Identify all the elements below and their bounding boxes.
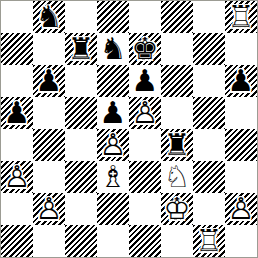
square-d1[interactable] — [97, 225, 129, 257]
square-d7[interactable]: ♞ — [97, 33, 129, 65]
square-g2[interactable] — [193, 193, 225, 225]
white-rook-piece[interactable]: ♜♖ — [193, 225, 225, 257]
square-c7[interactable]: ♜ — [65, 33, 97, 65]
square-f5[interactable] — [161, 97, 193, 129]
square-h5[interactable] — [225, 97, 257, 129]
white-knight-piece[interactable]: ♞♘ — [161, 161, 193, 193]
square-a3[interactable]: ♟♙ — [1, 161, 33, 193]
square-a6[interactable] — [1, 65, 33, 97]
square-g8[interactable] — [193, 1, 225, 33]
square-g3[interactable] — [193, 161, 225, 193]
square-g6[interactable] — [193, 65, 225, 97]
square-g1[interactable]: ♜♖ — [193, 225, 225, 257]
square-d4[interactable]: ♟♙ — [97, 129, 129, 161]
square-b2[interactable]: ♟♙ — [33, 193, 65, 225]
black-pawn-piece[interactable]: ♟ — [97, 97, 129, 129]
square-d5[interactable]: ♟ — [97, 97, 129, 129]
chess-board: ♞♜♖♜♞♚♟♟♟♟♟♟♙♟♙♜♟♙♝♗♞♘♟♙♚♔♟♙♜♖ — [0, 0, 258, 258]
square-h6[interactable]: ♟ — [225, 65, 257, 97]
white-king-piece[interactable]: ♚♔ — [161, 193, 193, 225]
square-f1[interactable] — [161, 225, 193, 257]
square-f6[interactable] — [161, 65, 193, 97]
square-c4[interactable] — [65, 129, 97, 161]
square-f7[interactable] — [161, 33, 193, 65]
square-f2[interactable]: ♚♔ — [161, 193, 193, 225]
square-b3[interactable] — [33, 161, 65, 193]
square-a7[interactable] — [1, 33, 33, 65]
square-h3[interactable] — [225, 161, 257, 193]
black-knight-piece[interactable]: ♞ — [97, 33, 129, 65]
square-a1[interactable] — [1, 225, 33, 257]
black-pawn-piece[interactable]: ♟ — [33, 65, 65, 97]
square-a5[interactable]: ♟ — [1, 97, 33, 129]
white-pawn-piece[interactable]: ♟♙ — [33, 193, 65, 225]
square-b5[interactable] — [33, 97, 65, 129]
square-d3[interactable]: ♝♗ — [97, 161, 129, 193]
square-e6[interactable]: ♟ — [129, 65, 161, 97]
square-b7[interactable] — [33, 33, 65, 65]
square-c1[interactable] — [65, 225, 97, 257]
square-e1[interactable] — [129, 225, 161, 257]
square-e3[interactable] — [129, 161, 161, 193]
square-h7[interactable] — [225, 33, 257, 65]
square-a8[interactable] — [1, 1, 33, 33]
square-a2[interactable] — [1, 193, 33, 225]
square-h2[interactable]: ♟♙ — [225, 193, 257, 225]
black-pawn-piece[interactable]: ♟ — [1, 97, 33, 129]
square-b6[interactable]: ♟ — [33, 65, 65, 97]
square-h4[interactable] — [225, 129, 257, 161]
white-pawn-piece[interactable]: ♟♙ — [97, 129, 129, 161]
square-e2[interactable] — [129, 193, 161, 225]
white-pawn-piece[interactable]: ♟♙ — [129, 97, 161, 129]
white-rook-piece[interactable]: ♜♖ — [225, 1, 257, 33]
square-b1[interactable] — [33, 225, 65, 257]
square-g7[interactable] — [193, 33, 225, 65]
square-f4[interactable]: ♜ — [161, 129, 193, 161]
square-e5[interactable]: ♟♙ — [129, 97, 161, 129]
chess-board-grid: ♞♜♖♜♞♚♟♟♟♟♟♟♙♟♙♜♟♙♝♗♞♘♟♙♚♔♟♙♜♖ — [1, 1, 257, 257]
black-pawn-piece[interactable]: ♟ — [225, 65, 257, 97]
white-pawn-piece[interactable]: ♟♙ — [1, 161, 33, 193]
square-h8[interactable]: ♜♖ — [225, 1, 257, 33]
square-c8[interactable] — [65, 1, 97, 33]
square-d8[interactable] — [97, 1, 129, 33]
square-b8[interactable]: ♞ — [33, 1, 65, 33]
square-c2[interactable] — [65, 193, 97, 225]
square-g4[interactable] — [193, 129, 225, 161]
square-d2[interactable] — [97, 193, 129, 225]
square-e7[interactable]: ♚ — [129, 33, 161, 65]
square-b4[interactable] — [33, 129, 65, 161]
square-g5[interactable] — [193, 97, 225, 129]
black-knight-piece[interactable]: ♞ — [33, 1, 65, 33]
square-e4[interactable] — [129, 129, 161, 161]
square-h1[interactable] — [225, 225, 257, 257]
square-c6[interactable] — [65, 65, 97, 97]
square-c5[interactable] — [65, 97, 97, 129]
square-f8[interactable] — [161, 1, 193, 33]
black-king-piece[interactable]: ♚ — [129, 33, 161, 65]
black-pawn-piece[interactable]: ♟ — [129, 65, 161, 97]
black-rook-piece[interactable]: ♜ — [65, 33, 97, 65]
square-e8[interactable] — [129, 1, 161, 33]
square-c3[interactable] — [65, 161, 97, 193]
square-a4[interactable] — [1, 129, 33, 161]
white-pawn-piece[interactable]: ♟♙ — [225, 193, 257, 225]
square-d6[interactable] — [97, 65, 129, 97]
square-f3[interactable]: ♞♘ — [161, 161, 193, 193]
black-rook-piece[interactable]: ♜ — [161, 129, 193, 161]
white-bishop-piece[interactable]: ♝♗ — [97, 161, 129, 193]
